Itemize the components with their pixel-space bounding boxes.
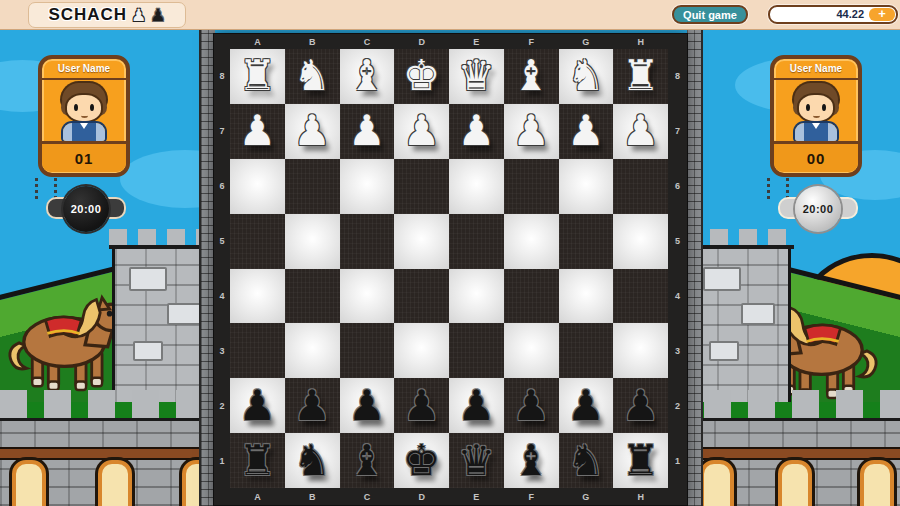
rank-label-left-2: 2 <box>214 378 230 433</box>
square-f7[interactable]: ♟ <box>504 104 559 159</box>
avatar-face <box>67 95 101 121</box>
file-label-top-f: F <box>504 34 559 49</box>
piece-bP-g2[interactable]: ♟ <box>567 385 605 427</box>
rank-label-left-8: 8 <box>214 49 230 104</box>
chess-board: ABCDEFGH8♜♞♝♚♛♝♞♜87♟♟♟♟♟♟♟♟7665544332♟♟♟… <box>213 33 688 506</box>
square-e2[interactable]: ♟ <box>449 378 504 433</box>
player-card-left: User Name 01 <box>38 55 130 177</box>
square-c8[interactable]: ♝ <box>340 49 395 104</box>
piece-bQ-e1[interactable]: ♛ <box>458 440 496 482</box>
rank-label-right-2: 2 <box>668 378 687 433</box>
square-e8[interactable]: ♛ <box>449 49 504 104</box>
square-b5[interactable] <box>285 214 340 269</box>
square-f1[interactable]: ♝ <box>504 433 559 488</box>
file-label-bottom-b: B <box>285 488 340 505</box>
square-d6[interactable] <box>394 159 449 214</box>
player-photo <box>42 80 126 141</box>
square-g3[interactable] <box>559 323 614 378</box>
piece-wQ-e8[interactable]: ♛ <box>458 55 496 97</box>
board-corner <box>214 488 230 505</box>
square-h1[interactable]: ♜ <box>613 433 668 488</box>
square-c3[interactable] <box>340 323 395 378</box>
square-e3[interactable] <box>449 323 504 378</box>
piece-bN-g1[interactable]: ♞ <box>567 440 605 482</box>
piece-bR-a1[interactable]: ♜ <box>239 440 277 482</box>
piece-bP-e2[interactable]: ♟ <box>458 385 496 427</box>
piece-bR-h1[interactable]: ♜ <box>622 440 660 482</box>
square-b1[interactable]: ♞ <box>285 433 340 488</box>
piece-bK-d1[interactable]: ♚ <box>403 440 441 482</box>
square-d5[interactable] <box>394 214 449 269</box>
square-c1[interactable]: ♝ <box>340 433 395 488</box>
square-g6[interactable] <box>559 159 614 214</box>
square-e6[interactable] <box>449 159 504 214</box>
piece-wB-f8[interactable]: ♝ <box>512 55 550 97</box>
piece-bP-b2[interactable]: ♟ <box>293 385 331 427</box>
chain-icon <box>786 175 789 199</box>
file-label-top-e: E <box>449 34 504 49</box>
piece-bB-c1[interactable]: ♝ <box>348 440 386 482</box>
square-e1[interactable]: ♛ <box>449 433 504 488</box>
square-c2[interactable]: ♟ <box>340 378 395 433</box>
square-a8[interactable]: ♜ <box>230 49 285 104</box>
square-b2[interactable]: ♟ <box>285 378 340 433</box>
rank-label-left-5: 5 <box>214 214 230 269</box>
player-score: 00 <box>774 141 858 172</box>
piece-wP-f7[interactable]: ♟ <box>512 110 550 152</box>
square-d7[interactable]: ♟ <box>394 104 449 159</box>
square-h7[interactable]: ♟ <box>613 104 668 159</box>
player-card-right: User Name 00 <box>770 55 862 177</box>
square-d3[interactable] <box>394 323 449 378</box>
file-label-top-h: H <box>613 34 668 49</box>
player-photo <box>774 80 858 141</box>
piece-wP-h7[interactable]: ♟ <box>622 110 660 152</box>
square-g1[interactable]: ♞ <box>559 433 614 488</box>
file-label-top-g: G <box>559 34 614 49</box>
logo-panel: SCHACH ♟ ♟ <box>28 2 186 28</box>
square-h4[interactable] <box>613 269 668 324</box>
square-c7[interactable]: ♟ <box>340 104 395 159</box>
file-label-top-c: C <box>340 34 395 49</box>
black-pawn-icon: ♟ <box>150 7 165 24</box>
piece-wP-c7[interactable]: ♟ <box>348 110 386 152</box>
white-pawn-icon: ♟ <box>131 7 146 24</box>
square-e5[interactable] <box>449 214 504 269</box>
player-avatar <box>56 83 112 141</box>
top-bar: SCHACH ♟ ♟ Quit game 44.22 + <box>0 0 900 30</box>
castle-window <box>778 460 812 506</box>
rank-label-right-8: 8 <box>668 49 687 104</box>
piece-bP-c2[interactable]: ♟ <box>348 385 386 427</box>
square-f4[interactable] <box>504 269 559 324</box>
square-b3[interactable] <box>285 323 340 378</box>
board-corner <box>214 34 230 49</box>
player-name: User Name <box>42 59 126 80</box>
piece-wP-g7[interactable]: ♟ <box>567 110 605 152</box>
square-d1[interactable]: ♚ <box>394 433 449 488</box>
file-label-top-a: A <box>230 34 285 49</box>
piece-wN-g8[interactable]: ♞ <box>567 55 605 97</box>
castle-window <box>98 460 132 506</box>
square-b6[interactable] <box>285 159 340 214</box>
piece-wR-h8[interactable]: ♜ <box>622 55 660 97</box>
chain-icon <box>767 175 770 199</box>
piece-wP-b7[interactable]: ♟ <box>293 110 331 152</box>
square-f3[interactable] <box>504 323 559 378</box>
chess-app: SCHACH ♟ ♟ Quit game 44.22 + User Name 0… <box>0 0 900 506</box>
castle-window <box>860 460 894 506</box>
square-b8[interactable]: ♞ <box>285 49 340 104</box>
balance-amount: 44.22 <box>836 8 864 20</box>
square-f5[interactable] <box>504 214 559 269</box>
rank-label-right-1: 1 <box>668 433 687 488</box>
square-f8[interactable]: ♝ <box>504 49 559 104</box>
castle-window <box>700 460 734 506</box>
rank-label-right-7: 7 <box>668 104 687 159</box>
square-g4[interactable] <box>559 269 614 324</box>
square-e4[interactable] <box>449 269 504 324</box>
square-a3[interactable] <box>230 323 285 378</box>
piece-wN-b8[interactable]: ♞ <box>293 55 331 97</box>
add-funds-button[interactable]: + <box>869 8 895 21</box>
piece-wK-d8[interactable]: ♚ <box>403 55 441 97</box>
piece-wP-a7[interactable]: ♟ <box>239 110 277 152</box>
square-a7[interactable]: ♟ <box>230 104 285 159</box>
rank-label-right-4: 4 <box>668 269 687 324</box>
square-c5[interactable] <box>340 214 395 269</box>
rank-label-right-5: 5 <box>668 214 687 269</box>
square-e7[interactable]: ♟ <box>449 104 504 159</box>
quit-game-button[interactable]: Quit game <box>672 5 748 24</box>
rank-label-left-7: 7 <box>214 104 230 159</box>
player-avatar <box>788 83 844 141</box>
square-c6[interactable] <box>340 159 395 214</box>
clock-time: 20:00 <box>63 186 109 232</box>
square-d4[interactable] <box>394 269 449 324</box>
rank-label-right-3: 3 <box>668 323 687 378</box>
file-label-bottom-h: H <box>613 488 668 505</box>
player-score: 01 <box>42 141 126 172</box>
square-a1[interactable]: ♜ <box>230 433 285 488</box>
piece-bP-d2[interactable]: ♟ <box>403 385 441 427</box>
square-b7[interactable]: ♟ <box>285 104 340 159</box>
avatar-torso <box>795 123 837 141</box>
square-g7[interactable]: ♟ <box>559 104 614 159</box>
piece-bB-f1[interactable]: ♝ <box>512 440 550 482</box>
square-a6[interactable] <box>230 159 285 214</box>
piece-bP-f2[interactable]: ♟ <box>512 385 550 427</box>
piece-wP-d7[interactable]: ♟ <box>403 110 441 152</box>
square-b4[interactable] <box>285 269 340 324</box>
file-label-bottom-d: D <box>394 488 449 505</box>
file-label-bottom-e: E <box>449 488 504 505</box>
file-label-bottom-f: F <box>504 488 559 505</box>
piece-wP-e7[interactable]: ♟ <box>458 110 496 152</box>
piece-wB-c8[interactable]: ♝ <box>348 55 386 97</box>
brick-column-right <box>687 29 703 506</box>
avatar-torso <box>63 123 105 141</box>
castle-window <box>12 460 46 506</box>
piece-bP-h2[interactable]: ♟ <box>622 385 660 427</box>
square-a4[interactable] <box>230 269 285 324</box>
square-g8[interactable]: ♞ <box>559 49 614 104</box>
rank-label-left-3: 3 <box>214 323 230 378</box>
board-corner <box>668 34 687 49</box>
square-f2[interactable]: ♟ <box>504 378 559 433</box>
rank-label-left-4: 4 <box>214 269 230 324</box>
file-label-top-d: D <box>394 34 449 49</box>
square-h3[interactable] <box>613 323 668 378</box>
piece-bP-a2[interactable]: ♟ <box>239 385 277 427</box>
rank-label-right-6: 6 <box>668 159 687 214</box>
square-h5[interactable] <box>613 214 668 269</box>
square-a5[interactable] <box>230 214 285 269</box>
balance-widget: 44.22 + <box>768 5 898 24</box>
square-d8[interactable]: ♚ <box>394 49 449 104</box>
square-g5[interactable] <box>559 214 614 269</box>
file-label-bottom-g: G <box>559 488 614 505</box>
square-h6[interactable] <box>613 159 668 214</box>
rank-label-left-6: 6 <box>214 159 230 214</box>
file-label-bottom-a: A <box>230 488 285 505</box>
square-d2[interactable]: ♟ <box>394 378 449 433</box>
piece-wR-a8[interactable]: ♜ <box>239 55 277 97</box>
rank-label-left-1: 1 <box>214 433 230 488</box>
clock-time: 20:00 <box>795 186 841 232</box>
player-name: User Name <box>774 59 858 80</box>
chain-icon <box>35 175 38 199</box>
square-f6[interactable] <box>504 159 559 214</box>
square-h2[interactable]: ♟ <box>613 378 668 433</box>
file-label-top-b: B <box>285 34 340 49</box>
avatar-face <box>799 95 833 121</box>
chess-board-grid: ABCDEFGH8♜♞♝♚♛♝♞♜87♟♟♟♟♟♟♟♟7665544332♟♟♟… <box>214 34 687 505</box>
square-h8[interactable]: ♜ <box>613 49 668 104</box>
file-label-bottom-c: C <box>340 488 395 505</box>
square-a2[interactable]: ♟ <box>230 378 285 433</box>
square-c4[interactable] <box>340 269 395 324</box>
board-corner <box>668 488 687 505</box>
app-logo: SCHACH <box>48 5 127 25</box>
chain-icon <box>54 175 57 199</box>
piece-bN-b1[interactable]: ♞ <box>293 440 331 482</box>
square-g2[interactable]: ♟ <box>559 378 614 433</box>
